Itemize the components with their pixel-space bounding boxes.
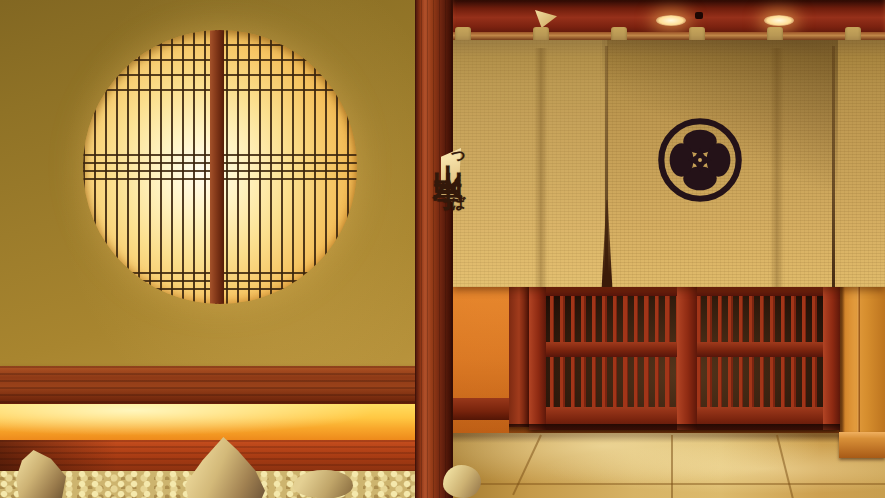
recessed-light-icon <box>656 15 686 26</box>
lattice-sliding-door <box>529 280 840 430</box>
window-center-mullion <box>210 30 224 304</box>
wood-pillar <box>415 0 453 498</box>
door-left-stile <box>529 280 546 430</box>
garden-rock <box>443 465 481 498</box>
restaurant-name-text: 山水亭 <box>427 140 468 161</box>
door-right-stile <box>823 280 840 430</box>
noren-panel-slit <box>832 46 835 287</box>
beam-hook <box>695 12 703 19</box>
right-wall-baseboard <box>839 432 885 458</box>
restaurant-entrance-photo: つくば 山水亭 <box>0 0 885 498</box>
wood-rail <box>0 366 418 404</box>
floor-tile-joint <box>671 435 673 498</box>
noren-fold <box>534 48 548 287</box>
mokko-crest-icon <box>656 116 744 204</box>
door-frame-post <box>509 283 529 427</box>
noren-lit-panel <box>452 40 607 287</box>
round-lattice-window <box>83 30 357 304</box>
garden-rock <box>293 470 353 498</box>
backlit-light-band <box>0 404 418 440</box>
wainscot-rail <box>452 398 509 420</box>
recessed-light-icon <box>764 15 794 26</box>
noren-fold <box>770 48 784 287</box>
door-center-stile <box>677 280 697 430</box>
